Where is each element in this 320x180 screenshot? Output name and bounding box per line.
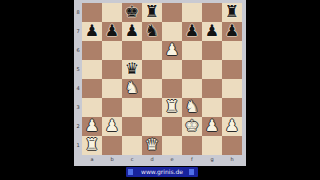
white-king-f2[interactable]: ♚ xyxy=(182,117,202,136)
black-rook-d8[interactable]: ♜ xyxy=(142,3,162,22)
square-e3[interactable]: ♜ xyxy=(162,98,182,117)
square-h6[interactable] xyxy=(222,41,242,60)
watermark-text: www.grinis.de xyxy=(141,167,183,177)
square-g6[interactable] xyxy=(202,41,222,60)
file-labels: abcdefgh xyxy=(82,155,242,166)
square-e6[interactable]: ♟ xyxy=(162,41,182,60)
white-queen-d1[interactable]: ♛ xyxy=(142,136,162,155)
square-h8[interactable]: ♜ xyxy=(222,3,242,22)
square-f5[interactable] xyxy=(182,60,202,79)
black-pawn-c7[interactable]: ♟ xyxy=(122,22,142,41)
square-a2[interactable]: ♟ xyxy=(82,117,102,136)
square-h5[interactable] xyxy=(222,60,242,79)
square-c1[interactable] xyxy=(122,136,142,155)
square-c2[interactable] xyxy=(122,117,142,136)
square-d3[interactable] xyxy=(142,98,162,117)
square-h4[interactable] xyxy=(222,79,242,98)
file-label-a: a xyxy=(82,155,102,166)
square-b2[interactable]: ♟ xyxy=(102,117,122,136)
square-d5[interactable] xyxy=(142,60,162,79)
file-label-d: d xyxy=(142,155,162,166)
square-g8[interactable] xyxy=(202,3,222,22)
square-f2[interactable]: ♚ xyxy=(182,117,202,136)
square-f1[interactable] xyxy=(182,136,202,155)
square-e1[interactable] xyxy=(162,136,182,155)
rank-labels: 87654321 xyxy=(74,3,82,155)
black-queen-c5[interactable]: ♛ xyxy=(122,60,142,79)
file-label-e: e xyxy=(162,155,182,166)
rank-label-1: 1 xyxy=(74,136,82,155)
chess-board: ♚♜♜♟♟♟♞♟♟♟♟♛♞♜♞♟♟♚♟♟♜♛ xyxy=(82,3,242,155)
square-a8[interactable] xyxy=(82,3,102,22)
square-d7[interactable]: ♞ xyxy=(142,22,162,41)
watermark-banner[interactable]: www.grinis.de xyxy=(126,167,198,177)
rank-label-8: 8 xyxy=(74,3,82,22)
square-b4[interactable] xyxy=(102,79,122,98)
square-c4[interactable]: ♞ xyxy=(122,79,142,98)
banner-left-bracket-icon xyxy=(128,169,135,175)
square-a3[interactable] xyxy=(82,98,102,117)
square-f6[interactable] xyxy=(182,41,202,60)
square-g2[interactable]: ♟ xyxy=(202,117,222,136)
chess-diagram-panel: 87654321 ♚♜♜♟♟♟♞♟♟♟♟♛♞♜♞♟♟♚♟♟♜♛ abcdefgh xyxy=(74,0,246,166)
white-knight-f3[interactable]: ♞ xyxy=(182,98,202,117)
square-b8[interactable] xyxy=(102,3,122,22)
square-b7[interactable]: ♟ xyxy=(102,22,122,41)
black-pawn-g7[interactable]: ♟ xyxy=(202,22,222,41)
square-d8[interactable]: ♜ xyxy=(142,3,162,22)
square-b3[interactable] xyxy=(102,98,122,117)
white-rook-a1[interactable]: ♜ xyxy=(82,136,102,155)
file-label-c: c xyxy=(122,155,142,166)
square-g4[interactable] xyxy=(202,79,222,98)
square-h2[interactable]: ♟ xyxy=(222,117,242,136)
rank-label-4: 4 xyxy=(74,79,82,98)
black-knight-d7[interactable]: ♞ xyxy=(142,22,162,41)
square-b6[interactable] xyxy=(102,41,122,60)
white-knight-c4[interactable]: ♞ xyxy=(122,79,142,98)
white-pawn-g2[interactable]: ♟ xyxy=(202,117,222,136)
black-pawn-b7[interactable]: ♟ xyxy=(102,22,122,41)
square-g1[interactable] xyxy=(202,136,222,155)
square-b5[interactable] xyxy=(102,60,122,79)
square-e2[interactable] xyxy=(162,117,182,136)
square-e7[interactable] xyxy=(162,22,182,41)
black-pawn-f7[interactable]: ♟ xyxy=(182,22,202,41)
rank-label-7: 7 xyxy=(74,22,82,41)
black-rook-h8[interactable]: ♜ xyxy=(222,3,242,22)
square-a5[interactable] xyxy=(82,60,102,79)
square-e8[interactable] xyxy=(162,3,182,22)
file-label-b: b xyxy=(102,155,122,166)
square-f3[interactable]: ♞ xyxy=(182,98,202,117)
file-label-f: f xyxy=(182,155,202,166)
rank-label-2: 2 xyxy=(74,117,82,136)
white-pawn-e6[interactable]: ♟ xyxy=(162,41,182,60)
square-e5[interactable] xyxy=(162,60,182,79)
rank-label-5: 5 xyxy=(74,60,82,79)
black-pawn-h7[interactable]: ♟ xyxy=(222,22,242,41)
square-d1[interactable]: ♛ xyxy=(142,136,162,155)
square-c7[interactable]: ♟ xyxy=(122,22,142,41)
square-c5[interactable]: ♛ xyxy=(122,60,142,79)
file-label-h: h xyxy=(222,155,242,166)
square-g7[interactable]: ♟ xyxy=(202,22,222,41)
square-h1[interactable] xyxy=(222,136,242,155)
square-g5[interactable] xyxy=(202,60,222,79)
white-pawn-a2[interactable]: ♟ xyxy=(82,117,102,136)
square-a4[interactable] xyxy=(82,79,102,98)
square-e4[interactable] xyxy=(162,79,182,98)
rank-label-6: 6 xyxy=(74,41,82,60)
banner-right-bracket-icon xyxy=(189,169,196,175)
black-pawn-a7[interactable]: ♟ xyxy=(82,22,102,41)
square-d4[interactable] xyxy=(142,79,162,98)
square-c8[interactable]: ♚ xyxy=(122,3,142,22)
square-h3[interactable] xyxy=(222,98,242,117)
square-a1[interactable]: ♜ xyxy=(82,136,102,155)
square-f8[interactable] xyxy=(182,3,202,22)
square-f4[interactable] xyxy=(182,79,202,98)
file-label-g: g xyxy=(202,155,222,166)
white-pawn-h2[interactable]: ♟ xyxy=(222,117,242,136)
square-d6[interactable] xyxy=(142,41,162,60)
square-f7[interactable]: ♟ xyxy=(182,22,202,41)
square-g3[interactable] xyxy=(202,98,222,117)
square-a7[interactable]: ♟ xyxy=(82,22,102,41)
square-h7[interactable]: ♟ xyxy=(222,22,242,41)
white-rook-e3[interactable]: ♜ xyxy=(162,98,182,117)
square-b1[interactable] xyxy=(102,136,122,155)
square-d2[interactable] xyxy=(142,117,162,136)
white-pawn-b2[interactable]: ♟ xyxy=(102,117,122,136)
square-a6[interactable] xyxy=(82,41,102,60)
square-c6[interactable] xyxy=(122,41,142,60)
rank-label-3: 3 xyxy=(74,98,82,117)
black-king-c8[interactable]: ♚ xyxy=(122,3,142,22)
square-c3[interactable] xyxy=(122,98,142,117)
